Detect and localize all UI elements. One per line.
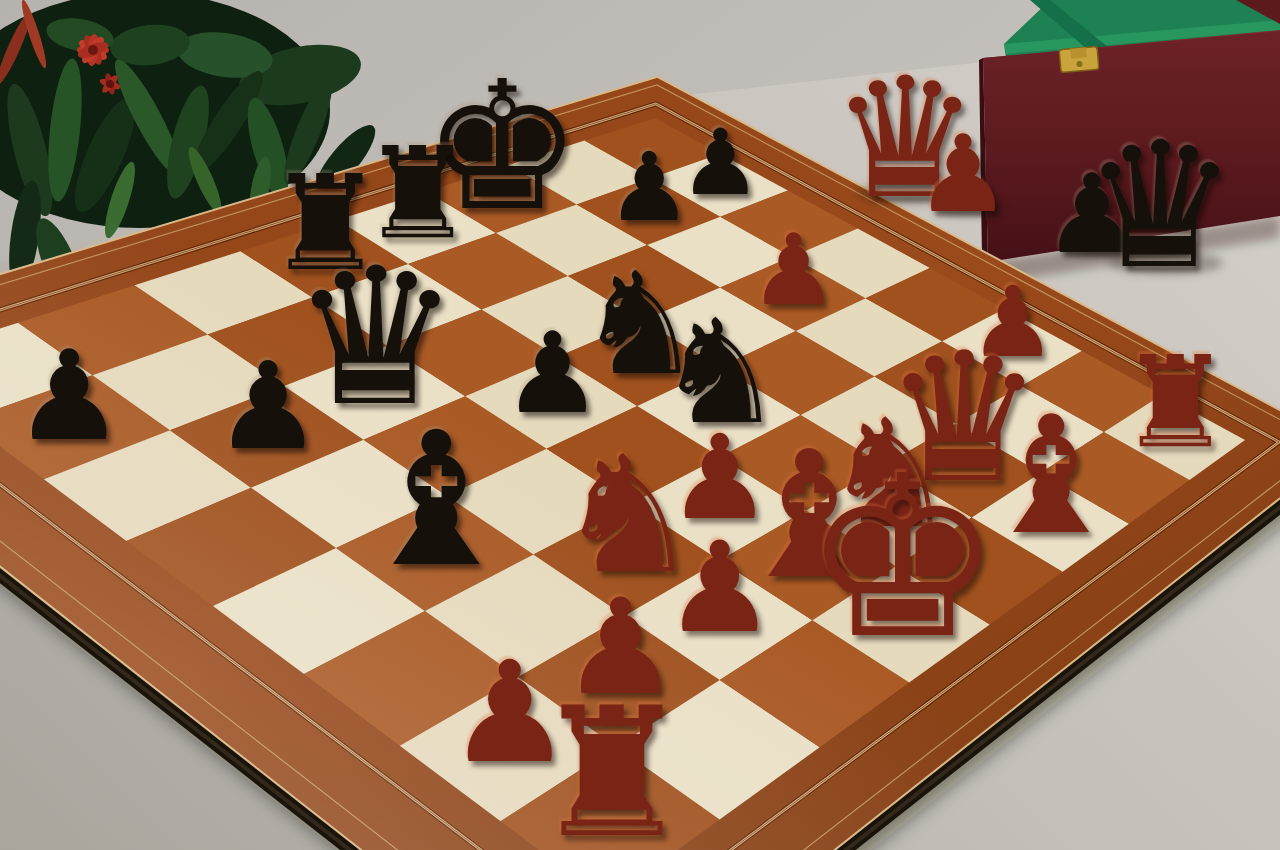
brass-clasp-icon (1059, 46, 1099, 72)
chess-photo-scene: ♛♟♟♛ ♜♜♚♟♟♟♟♛♟♞♟♝♞♞♟♟♟♟♟♝♞♛♜♚♝♜ (0, 0, 1280, 850)
white-pawn-c2[interactable]: ♟ (664, 525, 776, 650)
black-pawn-b6[interactable]: ♟ (214, 346, 322, 467)
white-king-d1[interactable]: ♚ (802, 446, 1002, 670)
captured-black-queen[interactable]: ♛ (1082, 119, 1238, 293)
black-bishop-b4[interactable]: ♝ (353, 408, 519, 593)
white-rook-h1[interactable]: ♜ (1119, 340, 1232, 466)
captured-white-pawn[interactable]: ♟ (915, 122, 1011, 229)
white-rook-a1[interactable]: ♜ (532, 684, 693, 850)
black-pawn-a7[interactable]: ♟ (13, 333, 124, 457)
black-pawn-g7[interactable]: ♟ (607, 141, 692, 236)
